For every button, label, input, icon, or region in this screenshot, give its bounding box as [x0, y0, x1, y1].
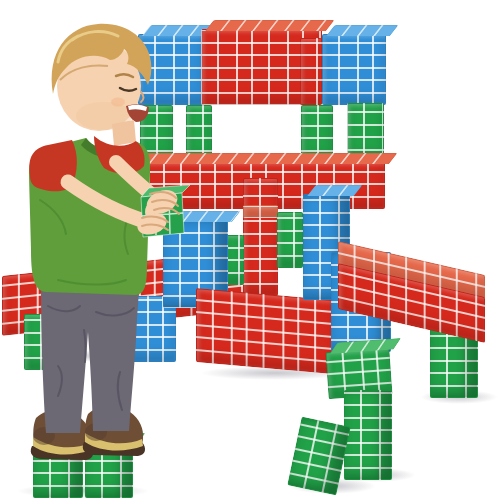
toddler-boy — [0, 0, 500, 500]
boy-pants — [41, 286, 139, 433]
boy-cheek — [111, 98, 125, 107]
boy-neck — [112, 120, 136, 146]
product-photo — [0, 0, 500, 500]
boy-nose — [141, 92, 144, 102]
